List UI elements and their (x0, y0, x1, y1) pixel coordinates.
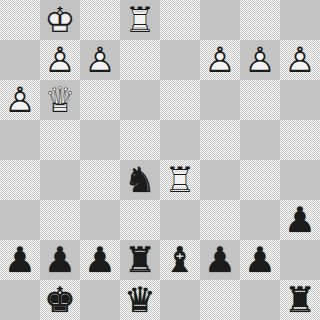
square-d4[interactable] (160, 120, 200, 160)
black-pawn-icon[interactable]: ♟ (0, 240, 40, 280)
square-a3[interactable] (280, 80, 320, 120)
square-e8[interactable]: ♛ (120, 280, 160, 320)
square-h5[interactable] (0, 160, 40, 200)
white-pawn-icon[interactable]: ♟♙ (40, 40, 80, 80)
black-queen-icon[interactable]: ♛ (120, 280, 160, 320)
square-d5[interactable]: ♜♖ (160, 160, 200, 200)
square-a2[interactable]: ♟♙ (280, 40, 320, 80)
square-c4[interactable] (200, 120, 240, 160)
square-b7[interactable]: ♟ (240, 240, 280, 280)
square-e6[interactable] (120, 200, 160, 240)
square-c8[interactable] (200, 280, 240, 320)
square-d2[interactable] (160, 40, 200, 80)
square-a7[interactable] (280, 240, 320, 280)
white-pawn-icon[interactable]: ♟♙ (200, 40, 240, 80)
white-king-icon[interactable]: ♚♔ (40, 0, 80, 40)
square-b8[interactable] (240, 280, 280, 320)
square-d6[interactable] (160, 200, 200, 240)
black-pawn-icon[interactable]: ♟ (40, 240, 80, 280)
square-b3[interactable] (240, 80, 280, 120)
square-d1[interactable] (160, 0, 200, 40)
square-f2[interactable]: ♟♙ (80, 40, 120, 80)
black-bishop-icon[interactable]: ♝ (160, 240, 200, 280)
square-h4[interactable] (0, 120, 40, 160)
white-piece-outline: ♖ (124, 3, 155, 38)
square-g8[interactable]: ♚ (40, 280, 80, 320)
square-g2[interactable]: ♟♙ (40, 40, 80, 80)
square-f4[interactable] (80, 120, 120, 160)
white-piece-outline: ♙ (84, 43, 115, 78)
square-b2[interactable]: ♟♙ (240, 40, 280, 80)
square-h7[interactable]: ♟ (0, 240, 40, 280)
square-e5[interactable]: ♞ (120, 160, 160, 200)
black-king-icon[interactable]: ♚ (40, 280, 80, 320)
square-g5[interactable] (40, 160, 80, 200)
square-c1[interactable] (200, 0, 240, 40)
square-e1[interactable]: ♜♖ (120, 0, 160, 40)
square-c6[interactable] (200, 200, 240, 240)
white-piece-outline: ♔ (44, 3, 75, 38)
square-f5[interactable] (80, 160, 120, 200)
black-pawn-icon[interactable]: ♟ (240, 240, 280, 280)
square-f1[interactable] (80, 0, 120, 40)
white-rook-icon[interactable]: ♜♖ (120, 0, 160, 40)
square-h8[interactable] (0, 280, 40, 320)
square-b4[interactable] (240, 120, 280, 160)
square-e7[interactable]: ♜ (120, 240, 160, 280)
square-g3[interactable]: ♛♕ (40, 80, 80, 120)
square-f8[interactable] (80, 280, 120, 320)
square-g7[interactable]: ♟ (40, 240, 80, 280)
square-e4[interactable] (120, 120, 160, 160)
white-pawn-icon[interactable]: ♟♙ (240, 40, 280, 80)
black-pawn-icon[interactable]: ♟ (200, 240, 240, 280)
black-knight-icon[interactable]: ♞ (120, 160, 160, 200)
square-a6[interactable]: ♟ (280, 200, 320, 240)
chess-board: ♚♔♜♖♟♙♟♙♟♙♟♙♟♙♟♙♛♕♞♜♖♟♟♟♟♜♝♟♟♚♛♜ (0, 0, 320, 320)
square-b5[interactable] (240, 160, 280, 200)
square-g1[interactable]: ♚♔ (40, 0, 80, 40)
square-h6[interactable] (0, 200, 40, 240)
white-piece-outline: ♖ (164, 163, 195, 198)
white-piece-outline: ♙ (244, 43, 275, 78)
white-piece-outline: ♙ (4, 83, 35, 118)
square-c5[interactable] (200, 160, 240, 200)
black-rook-icon[interactable]: ♜ (120, 240, 160, 280)
square-f7[interactable]: ♟ (80, 240, 120, 280)
square-e3[interactable] (120, 80, 160, 120)
square-h1[interactable] (0, 0, 40, 40)
square-d8[interactable] (160, 280, 200, 320)
square-a4[interactable] (280, 120, 320, 160)
square-b6[interactable] (240, 200, 280, 240)
square-g4[interactable] (40, 120, 80, 160)
square-d7[interactable]: ♝ (160, 240, 200, 280)
square-f3[interactable] (80, 80, 120, 120)
square-e2[interactable] (120, 40, 160, 80)
square-c7[interactable]: ♟ (200, 240, 240, 280)
square-a5[interactable] (280, 160, 320, 200)
black-pawn-icon[interactable]: ♟ (80, 240, 120, 280)
white-pawn-icon[interactable]: ♟♙ (0, 80, 40, 120)
white-piece-outline: ♙ (44, 43, 75, 78)
white-piece-outline: ♙ (204, 43, 235, 78)
square-a8[interactable]: ♜ (280, 280, 320, 320)
square-d3[interactable] (160, 80, 200, 120)
square-c2[interactable]: ♟♙ (200, 40, 240, 80)
white-rook-icon[interactable]: ♜♖ (160, 160, 200, 200)
square-f6[interactable] (80, 200, 120, 240)
square-b1[interactable] (240, 0, 280, 40)
black-rook-icon[interactable]: ♜ (280, 280, 320, 320)
square-g6[interactable] (40, 200, 80, 240)
square-h3[interactable]: ♟♙ (0, 80, 40, 120)
black-pawn-icon[interactable]: ♟ (280, 200, 320, 240)
square-h2[interactable] (0, 40, 40, 80)
white-piece-outline: ♙ (284, 43, 315, 78)
square-a1[interactable] (280, 0, 320, 40)
white-queen-icon[interactable]: ♛♕ (40, 80, 80, 120)
white-pawn-icon[interactable]: ♟♙ (280, 40, 320, 80)
square-c3[interactable] (200, 80, 240, 120)
white-piece-outline: ♕ (44, 83, 75, 118)
white-pawn-icon[interactable]: ♟♙ (80, 40, 120, 80)
